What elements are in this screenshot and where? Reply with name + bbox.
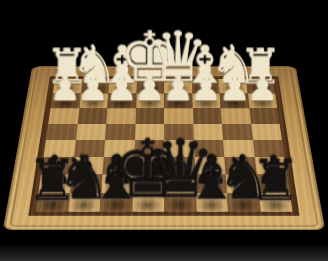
board-grid: ♜♞♝♚♛♝♞♜♟♟♟♟♟♟♟♟♟♟♟♟♟♟♟♟♜♞♝♚♛♝♞♜ bbox=[36, 79, 293, 212]
white-pawn[interactable]: ♟ bbox=[106, 70, 138, 105]
chess-board: ♜♞♝♚♛♝♞♜♟♟♟♟♟♟♟♟♟♟♟♟♟♟♟♟♜♞♝♚♛♝♞♜ bbox=[3, 66, 325, 230]
square-g2[interactable]: ♟ bbox=[79, 93, 108, 108]
square-a8[interactable]: ♜ bbox=[258, 193, 292, 212]
square-h3[interactable] bbox=[48, 108, 79, 124]
square-a2[interactable]: ♟ bbox=[247, 93, 277, 108]
square-e2[interactable]: ♟ bbox=[136, 93, 164, 108]
square-b2[interactable]: ♟ bbox=[220, 93, 249, 108]
white-pawn[interactable]: ♟ bbox=[162, 70, 194, 105]
square-b3[interactable] bbox=[221, 108, 251, 124]
square-a4[interactable] bbox=[251, 124, 282, 140]
square-g4[interactable] bbox=[76, 124, 107, 140]
white-pawn[interactable]: ♟ bbox=[134, 70, 166, 105]
square-c2[interactable]: ♟ bbox=[192, 93, 221, 108]
white-pawn[interactable]: ♟ bbox=[190, 70, 222, 105]
square-f2[interactable]: ♟ bbox=[107, 93, 136, 108]
black-rook[interactable]: ♜ bbox=[251, 152, 302, 208]
white-pawn[interactable]: ♟ bbox=[49, 70, 81, 105]
photo-scene: ♜♞♝♚♛♝♞♜♟♟♟♟♟♟♟♟♟♟♟♟♟♟♟♟♜♞♝♚♛♝♞♜ bbox=[0, 0, 328, 261]
white-pawn[interactable]: ♟ bbox=[219, 70, 251, 105]
white-pawn[interactable]: ♟ bbox=[247, 70, 279, 105]
table-surface bbox=[0, 243, 328, 261]
square-g3[interactable] bbox=[77, 108, 107, 124]
square-h2[interactable]: ♟ bbox=[51, 93, 81, 108]
square-d2[interactable]: ♟ bbox=[164, 93, 192, 108]
square-h4[interactable] bbox=[46, 124, 77, 140]
square-a3[interactable] bbox=[249, 108, 280, 124]
white-pawn[interactable]: ♟ bbox=[77, 70, 109, 105]
square-b4[interactable] bbox=[222, 124, 253, 140]
board-inner-trim: ♜♞♝♚♛♝♞♜♟♟♟♟♟♟♟♟♟♟♟♟♟♟♟♟♜♞♝♚♛♝♞♜ bbox=[28, 76, 299, 216]
